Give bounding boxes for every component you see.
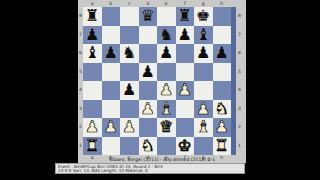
square-a6[interactable]: ♝	[83, 44, 102, 63]
square-f7[interactable]: ♟	[176, 26, 195, 45]
rank-label-right-7: 7	[237, 26, 242, 45]
square-c3[interactable]	[120, 100, 139, 119]
square-d4[interactable]	[139, 81, 158, 100]
rank-label-right-1: 1	[237, 137, 242, 156]
square-g6[interactable]: ♟	[194, 44, 213, 63]
piece-white-bishop[interactable]: ♝	[159, 101, 173, 117]
square-h1[interactable]: ♜	[213, 137, 232, 156]
piece-black-bishop[interactable]: ♝	[85, 45, 99, 61]
file-label-top-g: g	[194, 1, 213, 7]
players-line: Sibaev, Sergei (2211) - Ally Ahmed (2112…	[78, 157, 246, 163]
square-d1[interactable]: ♞	[139, 137, 158, 156]
square-b5[interactable]	[102, 63, 121, 82]
piece-black-pawn[interactable]: ♟	[122, 82, 136, 98]
square-f5[interactable]	[176, 63, 195, 82]
square-g3[interactable]: ♟	[194, 100, 213, 119]
piece-white-pawn[interactable]: ♟	[122, 119, 136, 135]
square-f3[interactable]	[176, 100, 195, 119]
square-d8[interactable]: ♛	[139, 7, 158, 26]
square-c6[interactable]: ♞	[120, 44, 139, 63]
file-label-top-a: a	[83, 1, 102, 7]
square-e3[interactable]: ♝	[157, 100, 176, 119]
square-h3[interactable]: ♞	[213, 100, 232, 119]
board-panel: ♜♛♜♚♟♞♟♝♝♟♞♟♟♟♟♟♟♟♟♝♟♞♟♟♟♛♝♟♜♞♚♜ aabbccd…	[78, 0, 246, 163]
stats-line: 24 0-0 Vari: 13..Nd4 Length: 33 Material…	[58, 169, 242, 173]
file-label-top-b: b	[102, 1, 121, 7]
rank-label-left-2: 2	[78, 118, 83, 137]
piece-black-pawn[interactable]: ♟	[215, 45, 229, 61]
square-f6[interactable]	[176, 44, 195, 63]
square-g2[interactable]: ♝	[194, 118, 213, 137]
square-c8[interactable]	[120, 7, 139, 26]
square-d2[interactable]	[139, 118, 158, 137]
rank-label-left-5: 5	[78, 63, 83, 82]
piece-white-pawn[interactable]: ♟	[85, 119, 99, 135]
piece-white-queen[interactable]: ♛	[159, 119, 173, 135]
piece-white-rook[interactable]: ♜	[85, 138, 99, 154]
file-label-top-e: e	[157, 1, 176, 7]
rank-label-right-8: 8	[237, 7, 242, 26]
square-e1[interactable]	[157, 137, 176, 156]
piece-black-pawn[interactable]: ♟	[85, 27, 99, 43]
square-h4[interactable]	[213, 81, 232, 100]
piece-black-pawn[interactable]: ♟	[178, 27, 192, 43]
square-g1[interactable]	[194, 137, 213, 156]
square-d6[interactable]	[139, 44, 158, 63]
rank-label-left-3: 3	[78, 100, 83, 119]
square-c2[interactable]: ♟	[120, 118, 139, 137]
piece-black-queen[interactable]: ♛	[141, 8, 155, 24]
square-b2[interactable]: ♟	[102, 118, 121, 137]
square-c1[interactable]	[120, 137, 139, 156]
square-e5[interactable]	[157, 63, 176, 82]
rank-label-left-7: 7	[78, 26, 83, 45]
square-g8[interactable]: ♚	[194, 7, 213, 26]
piece-white-knight[interactable]: ♞	[141, 138, 155, 154]
square-e2[interactable]: ♛	[157, 118, 176, 137]
piece-black-pawn[interactable]: ♟	[104, 45, 118, 61]
square-g5[interactable]	[194, 63, 213, 82]
piece-black-rook[interactable]: ♜	[85, 8, 99, 24]
square-d3[interactable]: ♟	[139, 100, 158, 119]
piece-black-pawn[interactable]: ♟	[141, 64, 155, 80]
square-d7[interactable]	[139, 26, 158, 45]
square-h8[interactable]	[213, 7, 232, 26]
square-f4[interactable]: ♟	[176, 81, 195, 100]
square-a7[interactable]: ♟	[83, 26, 102, 45]
file-label-top-c: c	[120, 1, 139, 7]
piece-black-pawn[interactable]: ♟	[159, 45, 173, 61]
square-h6[interactable]: ♟	[213, 44, 232, 63]
square-c5[interactable]	[120, 63, 139, 82]
square-h7[interactable]	[213, 26, 232, 45]
square-d5[interactable]: ♟	[139, 63, 158, 82]
square-b7[interactable]	[102, 26, 121, 45]
square-h5[interactable]	[213, 63, 232, 82]
square-a4[interactable]	[83, 81, 102, 100]
rank-label-left-6: 6	[78, 44, 83, 63]
square-a5[interactable]	[83, 63, 102, 82]
piece-black-bishop[interactable]: ♝	[196, 27, 210, 43]
file-label-top-d: d	[139, 1, 158, 7]
square-c7[interactable]	[120, 26, 139, 45]
square-e6[interactable]: ♟	[157, 44, 176, 63]
square-b8[interactable]	[102, 7, 121, 26]
square-a2[interactable]: ♟	[83, 118, 102, 137]
piece-white-pawn[interactable]: ♟	[159, 82, 173, 98]
piece-white-pawn[interactable]: ♟	[196, 101, 210, 117]
square-h2[interactable]: ♟	[213, 118, 232, 137]
rank-label-right-6: 6	[237, 44, 242, 63]
square-e8[interactable]	[157, 7, 176, 26]
piece-black-king[interactable]: ♚	[196, 8, 210, 24]
square-a8[interactable]: ♜	[83, 7, 102, 26]
piece-black-pawn[interactable]: ♟	[196, 45, 210, 61]
rank-label-left-8: 8	[78, 7, 83, 26]
square-g4[interactable]	[194, 81, 213, 100]
rank-label-right-4: 4	[237, 81, 242, 100]
rank-label-left-4: 4	[78, 81, 83, 100]
square-b6[interactable]: ♟	[102, 44, 121, 63]
piece-white-knight[interactable]: ♞	[215, 101, 229, 117]
piece-white-pawn[interactable]: ♟	[104, 119, 118, 135]
square-b4[interactable]	[102, 81, 121, 100]
piece-white-rook[interactable]: ♜	[215, 138, 229, 154]
piece-black-knight[interactable]: ♞	[122, 45, 136, 61]
rank-label-right-3: 3	[237, 100, 242, 119]
square-f2[interactable]	[176, 118, 195, 137]
square-b3[interactable]	[102, 100, 121, 119]
piece-white-pawn[interactable]: ♟	[141, 101, 155, 117]
piece-white-bishop[interactable]: ♝	[196, 119, 210, 135]
piece-white-king[interactable]: ♚	[178, 138, 192, 154]
piece-black-knight[interactable]: ♞	[159, 27, 173, 43]
square-c4[interactable]: ♟	[120, 81, 139, 100]
file-label-top-h: h	[213, 1, 232, 7]
rank-label-right-2: 2	[237, 118, 242, 137]
piece-white-pawn[interactable]: ♟	[178, 82, 192, 98]
piece-white-pawn[interactable]: ♟	[215, 119, 229, 135]
rank-label-right-5: 5	[237, 63, 242, 82]
file-label-top-f: f	[176, 1, 195, 7]
piece-black-rook[interactable]: ♜	[178, 8, 192, 24]
chess-board[interactable]: ♜♛♜♚♟♞♟♝♝♟♞♟♟♟♟♟♟♟♟♝♟♞♟♟♟♛♝♟♜♞♚♜	[83, 7, 236, 155]
square-a1[interactable]: ♜	[83, 137, 102, 156]
game-info-box: Event : BinWFCup Blvl (2001.0) 24, Round…	[55, 163, 245, 174]
square-e7[interactable]: ♞	[157, 26, 176, 45]
square-e4[interactable]: ♟	[157, 81, 176, 100]
square-b1[interactable]	[102, 137, 121, 156]
rank-label-left-1: 1	[78, 137, 83, 156]
square-f8[interactable]: ♜	[176, 7, 195, 26]
square-a3[interactable]	[83, 100, 102, 119]
square-f1[interactable]: ♚	[176, 137, 195, 156]
square-g7[interactable]: ♝	[194, 26, 213, 45]
